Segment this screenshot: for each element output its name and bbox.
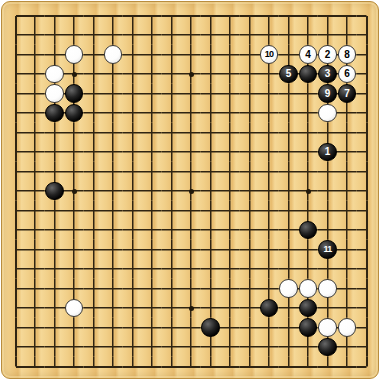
intersection-T8[interactable] <box>357 220 377 240</box>
intersection-S16[interactable]: 6 <box>337 64 357 84</box>
intersection-K14[interactable] <box>181 103 201 123</box>
intersection-N12[interactable] <box>240 142 260 162</box>
intersection-S2[interactable] <box>337 337 357 357</box>
intersection-R13[interactable] <box>318 123 338 143</box>
intersection-M8[interactable] <box>220 220 240 240</box>
intersection-T6[interactable] <box>357 259 377 279</box>
intersection-O3[interactable] <box>259 318 279 338</box>
intersection-E3[interactable] <box>84 318 104 338</box>
intersection-Q7[interactable] <box>298 240 318 260</box>
intersection-C6[interactable] <box>45 259 65 279</box>
intersection-D10[interactable] <box>64 181 84 201</box>
intersection-T9[interactable] <box>357 201 377 221</box>
intersection-A11[interactable] <box>6 162 26 182</box>
intersection-B8[interactable] <box>25 220 45 240</box>
intersection-P4[interactable] <box>279 298 299 318</box>
intersection-M9[interactable] <box>220 201 240 221</box>
intersection-J19[interactable] <box>162 6 182 26</box>
intersection-G11[interactable] <box>123 162 143 182</box>
intersection-A8[interactable] <box>6 220 26 240</box>
intersection-M19[interactable] <box>220 6 240 26</box>
intersection-T3[interactable] <box>357 318 377 338</box>
intersection-K19[interactable] <box>181 6 201 26</box>
intersection-H17[interactable] <box>142 45 162 65</box>
intersection-D14[interactable] <box>64 103 84 123</box>
intersection-G3[interactable] <box>123 318 143 338</box>
intersection-T10[interactable] <box>357 181 377 201</box>
intersection-Q16[interactable] <box>298 64 318 84</box>
intersection-E2[interactable] <box>84 337 104 357</box>
intersection-K2[interactable] <box>181 337 201 357</box>
intersection-C3[interactable] <box>45 318 65 338</box>
intersection-J7[interactable] <box>162 240 182 260</box>
intersection-K10[interactable] <box>181 181 201 201</box>
intersection-E17[interactable] <box>84 45 104 65</box>
intersection-J13[interactable] <box>162 123 182 143</box>
intersection-G7[interactable] <box>123 240 143 260</box>
intersection-K18[interactable] <box>181 25 201 45</box>
intersection-K9[interactable] <box>181 201 201 221</box>
intersection-S11[interactable] <box>337 162 357 182</box>
intersection-P15[interactable] <box>279 84 299 104</box>
intersection-J2[interactable] <box>162 337 182 357</box>
intersection-T1[interactable] <box>357 357 377 377</box>
intersection-B11[interactable] <box>25 162 45 182</box>
intersection-M15[interactable] <box>220 84 240 104</box>
intersection-N2[interactable] <box>240 337 260 357</box>
intersection-Q3[interactable] <box>298 318 318 338</box>
intersection-E15[interactable] <box>84 84 104 104</box>
intersection-T13[interactable] <box>357 123 377 143</box>
intersection-R3[interactable] <box>318 318 338 338</box>
intersection-A12[interactable] <box>6 142 26 162</box>
intersection-M2[interactable] <box>220 337 240 357</box>
intersection-P1[interactable] <box>279 357 299 377</box>
intersection-H11[interactable] <box>142 162 162 182</box>
intersection-D5[interactable] <box>64 279 84 299</box>
intersection-M18[interactable] <box>220 25 240 45</box>
intersection-P7[interactable] <box>279 240 299 260</box>
intersection-C12[interactable] <box>45 142 65 162</box>
intersection-R4[interactable] <box>318 298 338 318</box>
intersection-O9[interactable] <box>259 201 279 221</box>
intersection-N4[interactable] <box>240 298 260 318</box>
intersection-K7[interactable] <box>181 240 201 260</box>
intersection-H2[interactable] <box>142 337 162 357</box>
intersection-P3[interactable] <box>279 318 299 338</box>
intersection-J16[interactable] <box>162 64 182 84</box>
intersection-R19[interactable] <box>318 6 338 26</box>
intersection-R11[interactable] <box>318 162 338 182</box>
intersection-O5[interactable] <box>259 279 279 299</box>
intersection-F5[interactable] <box>103 279 123 299</box>
intersection-F19[interactable] <box>103 6 123 26</box>
intersection-O10[interactable] <box>259 181 279 201</box>
intersection-E11[interactable] <box>84 162 104 182</box>
intersection-G10[interactable] <box>123 181 143 201</box>
intersection-J5[interactable] <box>162 279 182 299</box>
intersection-G6[interactable] <box>123 259 143 279</box>
intersection-Q18[interactable] <box>298 25 318 45</box>
intersection-N5[interactable] <box>240 279 260 299</box>
intersection-F7[interactable] <box>103 240 123 260</box>
intersection-Q4[interactable] <box>298 298 318 318</box>
intersection-L11[interactable] <box>201 162 221 182</box>
intersection-Q11[interactable] <box>298 162 318 182</box>
intersection-B13[interactable] <box>25 123 45 143</box>
intersection-J14[interactable] <box>162 103 182 123</box>
intersection-S18[interactable] <box>337 25 357 45</box>
intersection-P16[interactable]: 5 <box>279 64 299 84</box>
intersection-A9[interactable] <box>6 201 26 221</box>
intersection-F4[interactable] <box>103 298 123 318</box>
intersection-Q13[interactable] <box>298 123 318 143</box>
intersection-E9[interactable] <box>84 201 104 221</box>
intersection-H6[interactable] <box>142 259 162 279</box>
intersection-C5[interactable] <box>45 279 65 299</box>
intersection-F18[interactable] <box>103 25 123 45</box>
intersection-D8[interactable] <box>64 220 84 240</box>
intersection-R10[interactable] <box>318 181 338 201</box>
intersection-L14[interactable] <box>201 103 221 123</box>
intersection-P6[interactable] <box>279 259 299 279</box>
intersection-P13[interactable] <box>279 123 299 143</box>
intersection-J17[interactable] <box>162 45 182 65</box>
intersection-G2[interactable] <box>123 337 143 357</box>
intersection-R16[interactable]: 3 <box>318 64 338 84</box>
intersection-M3[interactable] <box>220 318 240 338</box>
intersection-B2[interactable] <box>25 337 45 357</box>
intersection-N10[interactable] <box>240 181 260 201</box>
intersection-Q9[interactable] <box>298 201 318 221</box>
intersection-L19[interactable] <box>201 6 221 26</box>
intersection-G1[interactable] <box>123 357 143 377</box>
intersection-N15[interactable] <box>240 84 260 104</box>
intersection-P18[interactable] <box>279 25 299 45</box>
intersection-O4[interactable] <box>259 298 279 318</box>
intersection-S17[interactable]: 8 <box>337 45 357 65</box>
intersection-T17[interactable] <box>357 45 377 65</box>
intersection-O13[interactable] <box>259 123 279 143</box>
intersection-K4[interactable] <box>181 298 201 318</box>
intersection-G9[interactable] <box>123 201 143 221</box>
intersection-N8[interactable] <box>240 220 260 240</box>
intersection-A19[interactable] <box>6 6 26 26</box>
intersection-F16[interactable] <box>103 64 123 84</box>
intersection-O14[interactable] <box>259 103 279 123</box>
intersection-B3[interactable] <box>25 318 45 338</box>
intersection-N6[interactable] <box>240 259 260 279</box>
intersection-A1[interactable] <box>6 357 26 377</box>
intersection-K8[interactable] <box>181 220 201 240</box>
intersection-D7[interactable] <box>64 240 84 260</box>
intersection-M11[interactable] <box>220 162 240 182</box>
intersection-P10[interactable] <box>279 181 299 201</box>
intersection-J10[interactable] <box>162 181 182 201</box>
intersection-Q2[interactable] <box>298 337 318 357</box>
intersection-O18[interactable] <box>259 25 279 45</box>
intersection-P12[interactable] <box>279 142 299 162</box>
intersection-K5[interactable] <box>181 279 201 299</box>
intersection-Q12[interactable] <box>298 142 318 162</box>
intersection-P8[interactable] <box>279 220 299 240</box>
intersection-K15[interactable] <box>181 84 201 104</box>
intersection-P11[interactable] <box>279 162 299 182</box>
intersection-Q1[interactable] <box>298 357 318 377</box>
intersection-F17[interactable] <box>103 45 123 65</box>
intersection-K17[interactable] <box>181 45 201 65</box>
intersection-H9[interactable] <box>142 201 162 221</box>
intersection-R2[interactable] <box>318 337 338 357</box>
intersection-L13[interactable] <box>201 123 221 143</box>
intersection-E6[interactable] <box>84 259 104 279</box>
intersection-T16[interactable] <box>357 64 377 84</box>
intersection-S1[interactable] <box>337 357 357 377</box>
intersection-Q15[interactable] <box>298 84 318 104</box>
intersection-B14[interactable] <box>25 103 45 123</box>
intersection-J18[interactable] <box>162 25 182 45</box>
intersection-K13[interactable] <box>181 123 201 143</box>
intersection-T5[interactable] <box>357 279 377 299</box>
intersection-B12[interactable] <box>25 142 45 162</box>
intersection-P17[interactable] <box>279 45 299 65</box>
intersection-D1[interactable] <box>64 357 84 377</box>
intersection-Q14[interactable] <box>298 103 318 123</box>
intersection-S12[interactable] <box>337 142 357 162</box>
intersection-E7[interactable] <box>84 240 104 260</box>
intersection-O1[interactable] <box>259 357 279 377</box>
intersection-R12[interactable]: 1 <box>318 142 338 162</box>
intersection-F11[interactable] <box>103 162 123 182</box>
intersection-C11[interactable] <box>45 162 65 182</box>
intersection-S7[interactable] <box>337 240 357 260</box>
intersection-T7[interactable] <box>357 240 377 260</box>
intersection-F1[interactable] <box>103 357 123 377</box>
intersection-D16[interactable] <box>64 64 84 84</box>
intersection-J9[interactable] <box>162 201 182 221</box>
intersection-G17[interactable] <box>123 45 143 65</box>
intersection-O7[interactable] <box>259 240 279 260</box>
intersection-N18[interactable] <box>240 25 260 45</box>
intersection-Q19[interactable] <box>298 6 318 26</box>
intersection-E4[interactable] <box>84 298 104 318</box>
intersection-L8[interactable] <box>201 220 221 240</box>
intersection-H4[interactable] <box>142 298 162 318</box>
intersection-R15[interactable]: 9 <box>318 84 338 104</box>
intersection-O16[interactable] <box>259 64 279 84</box>
intersection-R6[interactable] <box>318 259 338 279</box>
intersection-J11[interactable] <box>162 162 182 182</box>
intersection-C9[interactable] <box>45 201 65 221</box>
intersection-O8[interactable] <box>259 220 279 240</box>
intersection-K16[interactable] <box>181 64 201 84</box>
intersection-A18[interactable] <box>6 25 26 45</box>
intersection-K12[interactable] <box>181 142 201 162</box>
intersection-B6[interactable] <box>25 259 45 279</box>
intersection-S10[interactable] <box>337 181 357 201</box>
intersection-C17[interactable] <box>45 45 65 65</box>
intersection-S4[interactable] <box>337 298 357 318</box>
intersection-O19[interactable] <box>259 6 279 26</box>
intersection-F15[interactable] <box>103 84 123 104</box>
intersection-O11[interactable] <box>259 162 279 182</box>
intersection-F13[interactable] <box>103 123 123 143</box>
intersection-L18[interactable] <box>201 25 221 45</box>
intersection-G8[interactable] <box>123 220 143 240</box>
intersection-L9[interactable] <box>201 201 221 221</box>
intersection-H18[interactable] <box>142 25 162 45</box>
intersection-S8[interactable] <box>337 220 357 240</box>
intersection-N19[interactable] <box>240 6 260 26</box>
intersection-H12[interactable] <box>142 142 162 162</box>
intersection-A14[interactable] <box>6 103 26 123</box>
intersection-N16[interactable] <box>240 64 260 84</box>
intersection-C14[interactable] <box>45 103 65 123</box>
intersection-J1[interactable] <box>162 357 182 377</box>
intersection-G15[interactable] <box>123 84 143 104</box>
intersection-B7[interactable] <box>25 240 45 260</box>
intersection-F2[interactable] <box>103 337 123 357</box>
intersection-D3[interactable] <box>64 318 84 338</box>
intersection-M4[interactable] <box>220 298 240 318</box>
intersection-R18[interactable] <box>318 25 338 45</box>
intersection-C2[interactable] <box>45 337 65 357</box>
intersection-H13[interactable] <box>142 123 162 143</box>
intersection-J15[interactable] <box>162 84 182 104</box>
intersection-D6[interactable] <box>64 259 84 279</box>
intersection-B1[interactable] <box>25 357 45 377</box>
intersection-N11[interactable] <box>240 162 260 182</box>
intersection-B15[interactable] <box>25 84 45 104</box>
intersection-J8[interactable] <box>162 220 182 240</box>
intersection-M13[interactable] <box>220 123 240 143</box>
intersection-D17[interactable] <box>64 45 84 65</box>
intersection-R9[interactable] <box>318 201 338 221</box>
intersection-B19[interactable] <box>25 6 45 26</box>
intersection-P19[interactable] <box>279 6 299 26</box>
intersection-E19[interactable] <box>84 6 104 26</box>
intersection-F12[interactable] <box>103 142 123 162</box>
intersection-N7[interactable] <box>240 240 260 260</box>
intersection-D15[interactable] <box>64 84 84 104</box>
intersection-K11[interactable] <box>181 162 201 182</box>
intersection-C7[interactable] <box>45 240 65 260</box>
intersection-J6[interactable] <box>162 259 182 279</box>
intersection-P5[interactable] <box>279 279 299 299</box>
intersection-G18[interactable] <box>123 25 143 45</box>
intersection-B18[interactable] <box>25 25 45 45</box>
intersection-H14[interactable] <box>142 103 162 123</box>
intersection-M17[interactable] <box>220 45 240 65</box>
intersection-C15[interactable] <box>45 84 65 104</box>
intersection-F6[interactable] <box>103 259 123 279</box>
intersection-K6[interactable] <box>181 259 201 279</box>
intersection-D2[interactable] <box>64 337 84 357</box>
intersection-D4[interactable] <box>64 298 84 318</box>
intersection-J12[interactable] <box>162 142 182 162</box>
intersection-G16[interactable] <box>123 64 143 84</box>
intersection-M1[interactable] <box>220 357 240 377</box>
intersection-E10[interactable] <box>84 181 104 201</box>
intersection-Q17[interactable]: 4 <box>298 45 318 65</box>
intersection-S6[interactable] <box>337 259 357 279</box>
intersection-H5[interactable] <box>142 279 162 299</box>
intersection-G14[interactable] <box>123 103 143 123</box>
intersection-E12[interactable] <box>84 142 104 162</box>
intersection-J4[interactable] <box>162 298 182 318</box>
intersection-A10[interactable] <box>6 181 26 201</box>
intersection-D13[interactable] <box>64 123 84 143</box>
intersection-N14[interactable] <box>240 103 260 123</box>
intersection-A3[interactable] <box>6 318 26 338</box>
intersection-P9[interactable] <box>279 201 299 221</box>
intersection-E5[interactable] <box>84 279 104 299</box>
intersection-P2[interactable] <box>279 337 299 357</box>
intersection-H15[interactable] <box>142 84 162 104</box>
intersection-A4[interactable] <box>6 298 26 318</box>
intersection-J3[interactable] <box>162 318 182 338</box>
intersection-H10[interactable] <box>142 181 162 201</box>
intersection-F8[interactable] <box>103 220 123 240</box>
intersection-O15[interactable] <box>259 84 279 104</box>
intersection-T18[interactable] <box>357 25 377 45</box>
intersection-D11[interactable] <box>64 162 84 182</box>
intersection-F3[interactable] <box>103 318 123 338</box>
intersection-T15[interactable] <box>357 84 377 104</box>
intersection-A16[interactable] <box>6 64 26 84</box>
intersection-E8[interactable] <box>84 220 104 240</box>
intersection-Q8[interactable] <box>298 220 318 240</box>
intersection-B4[interactable] <box>25 298 45 318</box>
intersection-M5[interactable] <box>220 279 240 299</box>
intersection-L1[interactable] <box>201 357 221 377</box>
intersection-A15[interactable] <box>6 84 26 104</box>
intersection-M12[interactable] <box>220 142 240 162</box>
intersection-C19[interactable] <box>45 6 65 26</box>
intersection-D9[interactable] <box>64 201 84 221</box>
intersection-L15[interactable] <box>201 84 221 104</box>
intersection-S9[interactable] <box>337 201 357 221</box>
intersection-S19[interactable] <box>337 6 357 26</box>
intersection-S3[interactable] <box>337 318 357 338</box>
intersection-M6[interactable] <box>220 259 240 279</box>
intersection-C18[interactable] <box>45 25 65 45</box>
intersection-O12[interactable] <box>259 142 279 162</box>
intersection-T2[interactable] <box>357 337 377 357</box>
intersection-M10[interactable] <box>220 181 240 201</box>
intersection-F9[interactable] <box>103 201 123 221</box>
intersection-O17[interactable]: 10 <box>259 45 279 65</box>
intersection-H1[interactable] <box>142 357 162 377</box>
intersection-D19[interactable] <box>64 6 84 26</box>
intersection-E13[interactable] <box>84 123 104 143</box>
intersection-L2[interactable] <box>201 337 221 357</box>
intersection-S5[interactable] <box>337 279 357 299</box>
intersection-R7[interactable]: 11 <box>318 240 338 260</box>
intersection-G12[interactable] <box>123 142 143 162</box>
intersection-Q6[interactable] <box>298 259 318 279</box>
intersection-E14[interactable] <box>84 103 104 123</box>
intersection-L17[interactable] <box>201 45 221 65</box>
intersection-C8[interactable] <box>45 220 65 240</box>
intersection-G4[interactable] <box>123 298 143 318</box>
intersection-L5[interactable] <box>201 279 221 299</box>
intersection-T19[interactable] <box>357 6 377 26</box>
intersection-N9[interactable] <box>240 201 260 221</box>
intersection-E1[interactable] <box>84 357 104 377</box>
intersection-Q10[interactable] <box>298 181 318 201</box>
intersection-O2[interactable] <box>259 337 279 357</box>
